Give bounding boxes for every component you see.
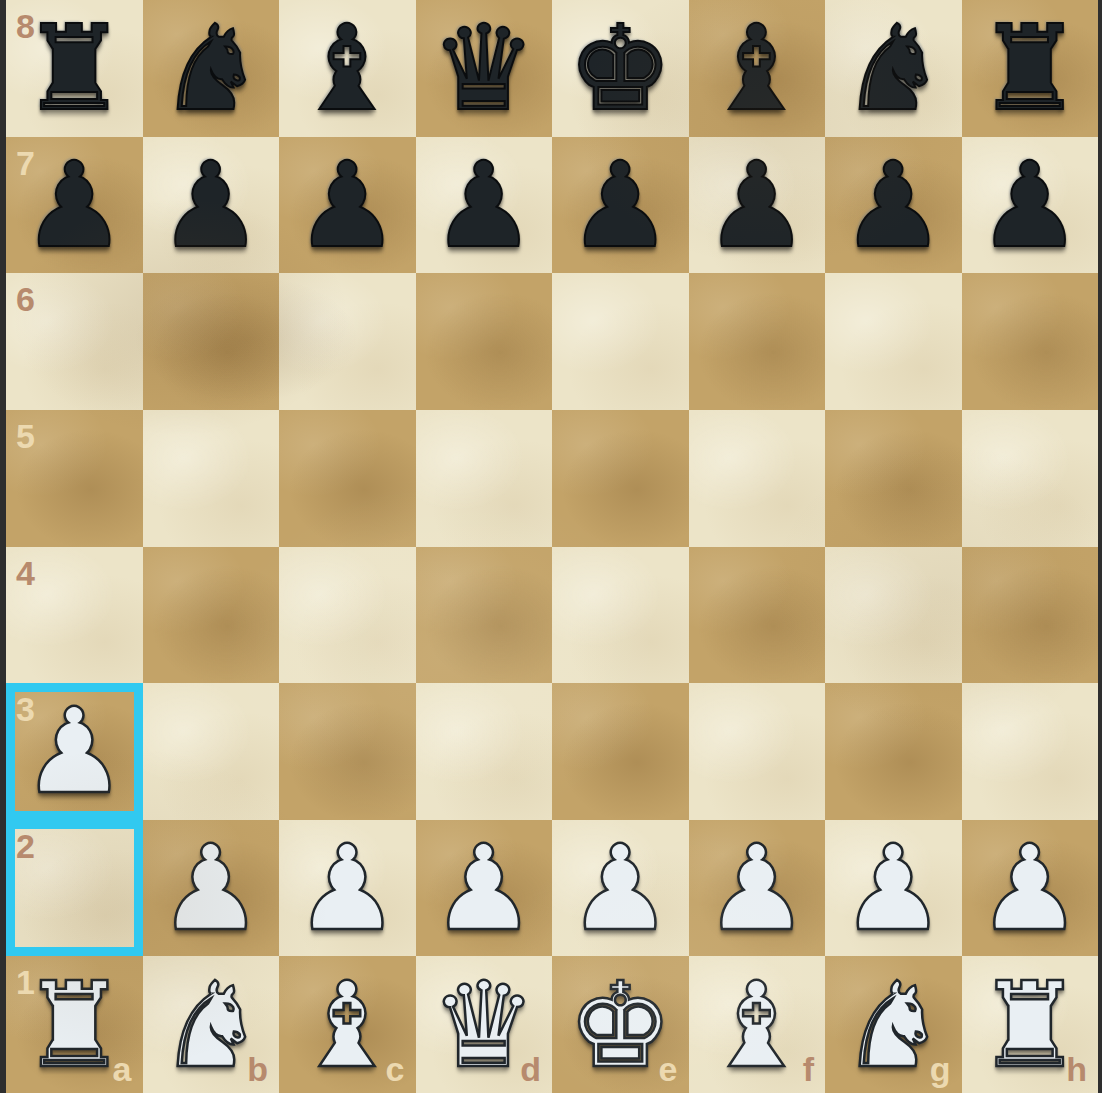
square-h8[interactable]: ♜: [962, 0, 1099, 137]
square-b5[interactable]: [143, 410, 280, 547]
square-f1[interactable]: f♝: [689, 956, 826, 1093]
piece-black-pawn[interactable]: ♟: [552, 137, 689, 274]
rank-label-2: 2: [16, 829, 35, 863]
square-c5[interactable]: [279, 410, 416, 547]
square-g7[interactable]: ♟: [825, 137, 962, 274]
piece-black-bishop[interactable]: ♝: [279, 0, 416, 137]
chess-app-stage: 8♜♞♝♛♚♝♞♜7♟♟♟♟♟♟♟♟6543♟2♟♟♟♟♟♟♟1a♜b♞c♝d♛…: [0, 0, 1102, 1093]
piece-white-king[interactable]: ♚: [552, 956, 689, 1093]
square-a3[interactable]: 3♟: [6, 683, 143, 820]
piece-white-pawn[interactable]: ♟: [279, 820, 416, 957]
piece-black-pawn[interactable]: ♟: [962, 137, 1099, 274]
square-h1[interactable]: h♜: [962, 956, 1099, 1093]
square-a5[interactable]: 5: [6, 410, 143, 547]
square-f2[interactable]: ♟: [689, 820, 826, 957]
square-d7[interactable]: ♟: [416, 137, 553, 274]
piece-black-rook[interactable]: ♜: [6, 0, 143, 137]
square-d3[interactable]: [416, 683, 553, 820]
square-d2[interactable]: ♟: [416, 820, 553, 957]
square-g8[interactable]: ♞: [825, 0, 962, 137]
square-e7[interactable]: ♟: [552, 137, 689, 274]
square-b4[interactable]: [143, 547, 280, 684]
piece-white-pawn[interactable]: ♟: [689, 820, 826, 957]
square-a8[interactable]: 8♜: [6, 0, 143, 137]
square-c6[interactable]: [279, 273, 416, 410]
piece-black-knight[interactable]: ♞: [825, 0, 962, 137]
square-h6[interactable]: [962, 273, 1099, 410]
piece-black-pawn[interactable]: ♟: [6, 137, 143, 274]
square-d4[interactable]: [416, 547, 553, 684]
square-c2[interactable]: ♟: [279, 820, 416, 957]
square-f8[interactable]: ♝: [689, 0, 826, 137]
chess-board: 8♜♞♝♛♚♝♞♜7♟♟♟♟♟♟♟♟6543♟2♟♟♟♟♟♟♟1a♜b♞c♝d♛…: [6, 0, 1098, 1093]
square-d1[interactable]: d♛: [416, 956, 553, 1093]
square-b8[interactable]: ♞: [143, 0, 280, 137]
square-f6[interactable]: [689, 273, 826, 410]
square-h4[interactable]: [962, 547, 1099, 684]
square-d5[interactable]: [416, 410, 553, 547]
square-e1[interactable]: e♚: [552, 956, 689, 1093]
square-b7[interactable]: ♟: [143, 137, 280, 274]
piece-black-queen[interactable]: ♛: [416, 0, 553, 137]
piece-white-bishop[interactable]: ♝: [279, 956, 416, 1093]
square-h2[interactable]: ♟: [962, 820, 1099, 957]
square-c7[interactable]: ♟: [279, 137, 416, 274]
piece-white-bishop[interactable]: ♝: [689, 956, 826, 1093]
piece-white-pawn[interactable]: ♟: [962, 820, 1099, 957]
square-g1[interactable]: g♞: [825, 956, 962, 1093]
piece-white-pawn[interactable]: ♟: [6, 683, 143, 820]
piece-black-rook[interactable]: ♜: [962, 0, 1099, 137]
square-h5[interactable]: [962, 410, 1099, 547]
square-f4[interactable]: [689, 547, 826, 684]
square-g3[interactable]: [825, 683, 962, 820]
piece-black-pawn[interactable]: ♟: [825, 137, 962, 274]
square-b6[interactable]: [143, 273, 280, 410]
square-a1[interactable]: 1a♜: [6, 956, 143, 1093]
square-c3[interactable]: [279, 683, 416, 820]
square-a6[interactable]: 6: [6, 273, 143, 410]
piece-black-bishop[interactable]: ♝: [689, 0, 826, 137]
rank-label-4: 4: [16, 556, 35, 590]
square-f7[interactable]: ♟: [689, 137, 826, 274]
square-b3[interactable]: [143, 683, 280, 820]
rank-label-6: 6: [16, 282, 35, 316]
piece-white-pawn[interactable]: ♟: [825, 820, 962, 957]
square-f5[interactable]: [689, 410, 826, 547]
piece-black-pawn[interactable]: ♟: [416, 137, 553, 274]
square-e5[interactable]: [552, 410, 689, 547]
square-e2[interactable]: ♟: [552, 820, 689, 957]
piece-black-pawn[interactable]: ♟: [689, 137, 826, 274]
piece-white-pawn[interactable]: ♟: [143, 820, 280, 957]
square-b1[interactable]: b♞: [143, 956, 280, 1093]
square-a7[interactable]: 7♟: [6, 137, 143, 274]
square-e6[interactable]: [552, 273, 689, 410]
piece-white-rook[interactable]: ♜: [962, 956, 1099, 1093]
piece-black-king[interactable]: ♚: [552, 0, 689, 137]
piece-white-rook[interactable]: ♜: [6, 956, 143, 1093]
square-d6[interactable]: [416, 273, 553, 410]
square-e3[interactable]: [552, 683, 689, 820]
piece-black-pawn[interactable]: ♟: [143, 137, 280, 274]
piece-black-pawn[interactable]: ♟: [279, 137, 416, 274]
square-g6[interactable]: [825, 273, 962, 410]
square-h3[interactable]: [962, 683, 1099, 820]
square-c1[interactable]: c♝: [279, 956, 416, 1093]
square-b2[interactable]: ♟: [143, 820, 280, 957]
piece-white-pawn[interactable]: ♟: [552, 820, 689, 957]
square-c8[interactable]: ♝: [279, 0, 416, 137]
square-a4[interactable]: 4: [6, 547, 143, 684]
square-g4[interactable]: [825, 547, 962, 684]
square-f3[interactable]: [689, 683, 826, 820]
square-c4[interactable]: [279, 547, 416, 684]
square-e4[interactable]: [552, 547, 689, 684]
piece-white-pawn[interactable]: ♟: [416, 820, 553, 957]
piece-white-queen[interactable]: ♛: [416, 956, 553, 1093]
square-a2[interactable]: 2: [6, 820, 143, 957]
piece-black-knight[interactable]: ♞: [143, 0, 280, 137]
rank-label-5: 5: [16, 419, 35, 453]
square-g2[interactable]: ♟: [825, 820, 962, 957]
square-e8[interactable]: ♚: [552, 0, 689, 137]
square-d8[interactable]: ♛: [416, 0, 553, 137]
square-h7[interactable]: ♟: [962, 137, 1099, 274]
piece-white-knight[interactable]: ♞: [825, 956, 962, 1093]
piece-white-knight[interactable]: ♞: [143, 956, 280, 1093]
square-g5[interactable]: [825, 410, 962, 547]
